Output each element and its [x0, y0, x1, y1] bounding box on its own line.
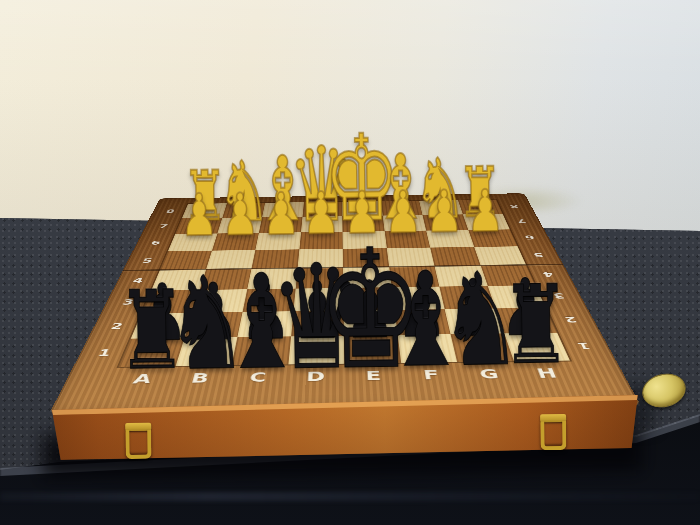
chess-photo-scene: ABCDEFGH1122334455667788 ♜♞♝♛♚♝♞♜♟♟♟♟♟♟♟…	[0, 0, 700, 525]
latch-loop	[540, 421, 566, 450]
piece-black-rook-h1[interactable]: ♜	[500, 270, 571, 379]
chess-board-group: ABCDEFGH1122334455667788 ♜♞♝♛♚♝♞♜♟♟♟♟♟♟♟…	[0, 0, 700, 525]
rank-label-right-7: 7	[503, 213, 540, 229]
brass-latch-right	[535, 414, 572, 454]
piece-white-pawn-a7[interactable]: ♟	[180, 185, 218, 244]
latch-loop	[125, 430, 151, 459]
piece-white-pawn-g7[interactable]: ♟	[425, 182, 463, 241]
piece-white-pawn-h7[interactable]: ♟	[466, 181, 504, 240]
brass-latch-left	[120, 423, 157, 463]
piece-white-pawn-b7[interactable]: ♟	[221, 185, 259, 244]
